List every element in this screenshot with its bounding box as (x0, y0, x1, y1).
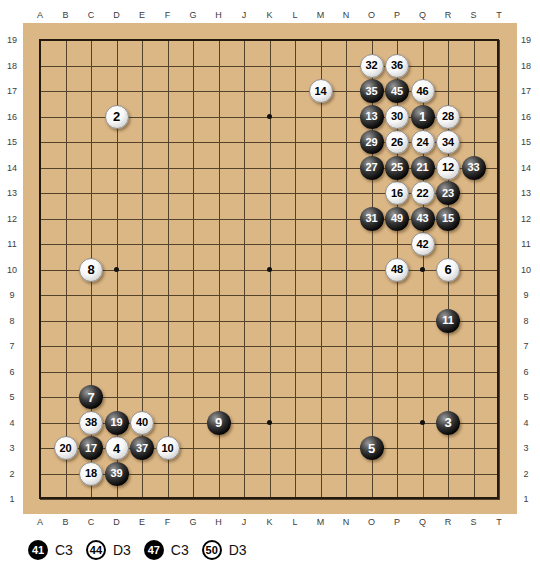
coord-top-N: N (336, 9, 356, 21)
coord-left-4: 4 (2, 417, 22, 429)
caption-coord: D3 (229, 542, 247, 558)
stone-move-number: 14 (314, 86, 326, 97)
coord-bottom-P: P (387, 516, 407, 528)
coord-right-1: 1 (516, 493, 536, 505)
go-diagram-page: 1234567891011121314151617181920212223242… (0, 0, 540, 577)
stone-move-number: 21 (416, 162, 428, 173)
stone-move-number: 32 (365, 60, 377, 71)
stone-white-10-F3: 10 (156, 436, 180, 460)
stone-black-1-Q16: 1 (411, 105, 435, 129)
stone-white-26-P15: 26 (385, 130, 409, 154)
coord-right-8: 8 (516, 315, 536, 327)
stone-move-number: 9 (215, 416, 222, 429)
coord-left-16: 16 (2, 111, 22, 123)
stone-black-49-P12: 49 (385, 207, 409, 231)
stone-white-40-E4: 40 (130, 411, 154, 435)
stone-move-number: 17 (85, 443, 97, 454)
coord-bottom-A: A (30, 516, 50, 528)
stone-move-number: 4 (113, 442, 120, 455)
coord-top-J: J (234, 9, 254, 21)
stone-move-number: 39 (110, 468, 122, 479)
coord-top-D: D (107, 9, 127, 21)
coord-right-3: 3 (516, 442, 536, 454)
coord-top-H: H (209, 9, 229, 21)
coord-top-K: K (260, 9, 280, 21)
ko-recapture-caption: 41C344D347C350D3 (28, 539, 253, 561)
stone-move-number: 3 (444, 416, 451, 429)
coord-top-R: R (438, 9, 458, 21)
stone-black-45-P17: 45 (385, 79, 409, 103)
stone-move-number: 46 (416, 86, 428, 97)
coord-bottom-B: B (56, 516, 76, 528)
coord-left-3: 3 (2, 442, 22, 454)
stone-move-number: 19 (110, 417, 122, 428)
coord-left-18: 18 (2, 60, 22, 72)
stone-move-number: 38 (85, 417, 97, 428)
coord-left-14: 14 (2, 162, 22, 174)
stone-black-43-Q12: 43 (411, 207, 435, 231)
coord-bottom-T: T (489, 516, 509, 528)
stone-white-46-Q17: 46 (411, 79, 435, 103)
coord-top-E: E (132, 9, 152, 21)
coord-top-Q: Q (413, 9, 433, 21)
stone-move-number: 6 (444, 263, 451, 276)
coord-right-19: 19 (516, 34, 536, 46)
coord-right-6: 6 (516, 366, 536, 378)
stone-move-number: 27 (365, 162, 377, 173)
stone-move-number: 36 (391, 60, 403, 71)
stone-move-number: 10 (161, 443, 173, 454)
stone-move-number: 1 (419, 110, 426, 123)
stone-black-23-R13: 23 (436, 181, 460, 205)
coord-right-15: 15 (516, 136, 536, 148)
stone-black-15-R12: 15 (436, 207, 460, 231)
stone-move-number: 18 (85, 468, 97, 479)
board-stones-layer: 1234567891011121314151617181920212223242… (27, 27, 512, 512)
stone-black-33-S14: 33 (462, 156, 486, 180)
coord-bottom-O: O (362, 516, 382, 528)
coord-top-C: C (81, 9, 101, 21)
stone-move-number: 8 (87, 263, 94, 276)
stone-move-number: 13 (365, 111, 377, 122)
coord-top-A: A (30, 9, 50, 21)
stone-white-18-C2: 18 (79, 462, 103, 486)
stone-white-34-R15: 34 (436, 130, 460, 154)
coord-left-5: 5 (2, 391, 22, 403)
stone-white-42-Q11: 42 (411, 232, 435, 256)
coord-left-13: 13 (2, 187, 22, 199)
coord-top-T: T (489, 9, 509, 21)
stone-white-6-R10: 6 (436, 258, 460, 282)
coord-top-F: F (158, 9, 178, 21)
coord-bottom-S: S (464, 516, 484, 528)
coord-top-B: B (56, 9, 76, 21)
stone-move-number: 28 (442, 111, 454, 122)
stone-move-number: 42 (416, 239, 428, 250)
stone-white-30-P16: 30 (385, 105, 409, 129)
stone-move-number: 49 (391, 213, 403, 224)
coord-bottom-F: F (158, 516, 178, 528)
coord-right-18: 18 (516, 60, 536, 72)
stone-black-17-C3: 17 (79, 436, 103, 460)
stone-white-16-P13: 16 (385, 181, 409, 205)
coord-bottom-L: L (285, 516, 305, 528)
stone-move-number: 22 (416, 188, 428, 199)
coord-bottom-D: D (107, 516, 127, 528)
stone-move-number: 30 (391, 111, 403, 122)
stone-move-number: 24 (416, 137, 428, 148)
stone-white-14-M17: 14 (309, 79, 333, 103)
stone-move-number: 37 (136, 443, 148, 454)
coord-top-M: M (311, 9, 331, 21)
caption-stone-black-47: 47 (144, 540, 164, 560)
stone-white-22-Q13: 22 (411, 181, 435, 205)
caption-coord: C3 (55, 542, 73, 558)
coord-bottom-C: C (81, 516, 101, 528)
stone-black-3-R4: 3 (436, 411, 460, 435)
stone-white-4-D3: 4 (105, 436, 129, 460)
caption-stone-white-44: 44 (86, 540, 106, 560)
stone-black-5-O3: 5 (360, 436, 384, 460)
stone-black-19-D4: 19 (105, 411, 129, 435)
stone-black-7-C5: 7 (79, 385, 103, 409)
coord-bottom-M: M (311, 516, 331, 528)
stone-move-number: 48 (391, 264, 403, 275)
coord-left-17: 17 (2, 85, 22, 97)
stone-black-11-R8: 11 (436, 309, 460, 333)
stone-move-number: 33 (467, 162, 479, 173)
stone-move-number: 29 (365, 137, 377, 148)
coord-bottom-J: J (234, 516, 254, 528)
coord-left-10: 10 (2, 264, 22, 276)
stone-move-number: 15 (442, 213, 454, 224)
stone-move-number: 31 (365, 213, 377, 224)
stone-white-38-C4: 38 (79, 411, 103, 435)
stone-white-28-R16: 28 (436, 105, 460, 129)
stone-black-39-D2: 39 (105, 462, 129, 486)
stone-move-number: 23 (442, 188, 454, 199)
coord-right-9: 9 (516, 289, 536, 301)
coord-left-1: 1 (2, 493, 22, 505)
coord-left-7: 7 (2, 340, 22, 352)
stone-move-number: 2 (113, 110, 120, 123)
stone-black-35-O17: 35 (360, 79, 384, 103)
stone-white-48-P10: 48 (385, 258, 409, 282)
coord-top-G: G (183, 9, 203, 21)
stone-white-36-P18: 36 (385, 54, 409, 78)
coord-left-12: 12 (2, 213, 22, 225)
stone-white-24-Q15: 24 (411, 130, 435, 154)
caption-coord: D3 (113, 542, 131, 558)
stone-black-31-O12: 31 (360, 207, 384, 231)
stone-black-13-O16: 13 (360, 105, 384, 129)
caption-stone-black-41: 41 (28, 540, 48, 560)
coord-right-12: 12 (516, 213, 536, 225)
stone-move-number: 34 (442, 137, 454, 148)
stone-black-25-P14: 25 (385, 156, 409, 180)
stone-move-number: 25 (391, 162, 403, 173)
coord-bottom-N: N (336, 516, 356, 528)
stone-white-20-B3: 20 (54, 436, 78, 460)
coord-right-7: 7 (516, 340, 536, 352)
coord-left-6: 6 (2, 366, 22, 378)
stone-black-9-H4: 9 (207, 411, 231, 435)
coord-left-11: 11 (2, 238, 22, 250)
stone-move-number: 7 (87, 391, 94, 404)
go-board: 1234567891011121314151617181920212223242… (23, 23, 517, 514)
coord-right-14: 14 (516, 162, 536, 174)
coord-right-11: 11 (516, 238, 536, 250)
stone-black-27-O14: 27 (360, 156, 384, 180)
coord-top-L: L (285, 9, 305, 21)
coord-left-8: 8 (2, 315, 22, 327)
coord-right-5: 5 (516, 391, 536, 403)
coord-right-13: 13 (516, 187, 536, 199)
stone-move-number: 12 (442, 162, 454, 173)
stone-move-number: 20 (59, 443, 71, 454)
stone-move-number: 11 (442, 315, 454, 326)
stone-black-29-O15: 29 (360, 130, 384, 154)
coord-top-S: S (464, 9, 484, 21)
stone-white-32-O18: 32 (360, 54, 384, 78)
stone-black-21-Q14: 21 (411, 156, 435, 180)
coord-left-15: 15 (2, 136, 22, 148)
stone-move-number: 5 (368, 442, 375, 455)
coord-right-10: 10 (516, 264, 536, 276)
stone-move-number: 26 (391, 137, 403, 148)
coord-bottom-H: H (209, 516, 229, 528)
stone-white-12-R14: 12 (436, 156, 460, 180)
coord-bottom-G: G (183, 516, 203, 528)
coord-left-19: 19 (2, 34, 22, 46)
coord-right-4: 4 (516, 417, 536, 429)
stone-move-number: 45 (391, 86, 403, 97)
stone-move-number: 40 (136, 417, 148, 428)
stone-move-number: 43 (416, 213, 428, 224)
stone-move-number: 35 (365, 86, 377, 97)
coord-bottom-R: R (438, 516, 458, 528)
coord-left-2: 2 (2, 468, 22, 480)
coord-top-O: O (362, 9, 382, 21)
coord-bottom-K: K (260, 516, 280, 528)
stone-white-2-D16: 2 (105, 105, 129, 129)
coord-bottom-E: E (132, 516, 152, 528)
caption-stone-white-50: 50 (202, 540, 222, 560)
coord-right-17: 17 (516, 85, 536, 97)
coord-bottom-Q: Q (413, 516, 433, 528)
coord-right-2: 2 (516, 468, 536, 480)
coord-top-P: P (387, 9, 407, 21)
stone-move-number: 16 (391, 188, 403, 199)
coord-left-9: 9 (2, 289, 22, 301)
stone-white-8-C10: 8 (79, 258, 103, 282)
coord-right-16: 16 (516, 111, 536, 123)
stone-black-37-E3: 37 (130, 436, 154, 460)
caption-coord: C3 (171, 542, 189, 558)
